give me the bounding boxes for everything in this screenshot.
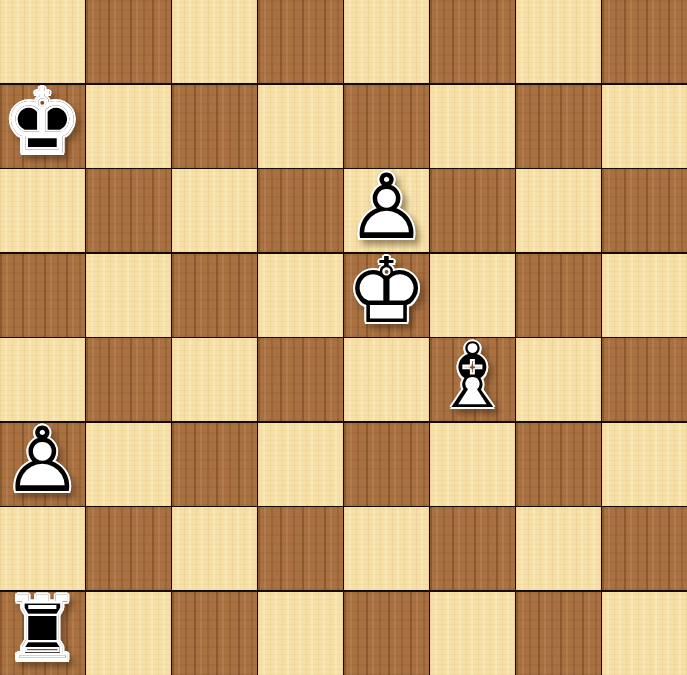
square-e3[interactable] — [344, 423, 429, 506]
square-f2[interactable] — [430, 507, 515, 590]
square-h3[interactable] — [602, 423, 687, 506]
square-a3[interactable]: ♟♙ — [0, 423, 85, 506]
square-g5[interactable] — [516, 254, 601, 337]
square-c6[interactable] — [172, 169, 257, 252]
square-b8[interactable] — [86, 0, 171, 83]
square-d8[interactable] — [258, 0, 343, 83]
square-f6[interactable] — [430, 169, 515, 252]
square-e2[interactable] — [344, 507, 429, 590]
chess-board: ♚♔♟♙♚♔♝♗♟♙♜♖ — [0, 0, 687, 675]
square-e6[interactable]: ♟♙ — [344, 169, 429, 252]
piece-glyph-fill: ♝ — [432, 331, 513, 421]
square-d3[interactable] — [258, 423, 343, 506]
square-a5[interactable] — [0, 254, 85, 337]
square-d2[interactable] — [258, 507, 343, 590]
square-b5[interactable] — [86, 254, 171, 337]
square-g3[interactable] — [516, 423, 601, 506]
square-g1[interactable] — [516, 592, 601, 675]
square-f7[interactable] — [430, 85, 515, 168]
square-g2[interactable] — [516, 507, 601, 590]
square-b6[interactable] — [86, 169, 171, 252]
square-f1[interactable] — [430, 592, 515, 675]
square-g8[interactable] — [516, 0, 601, 83]
piece-glyph-outline: ♖ — [2, 585, 83, 675]
piece-glyph-fill: ♟ — [2, 416, 83, 506]
square-a1[interactable]: ♜♖ — [0, 592, 85, 675]
square-d6[interactable] — [258, 169, 343, 252]
piece-black-king-a7[interactable]: ♚♔ — [0, 85, 85, 168]
square-g7[interactable] — [516, 85, 601, 168]
square-b1[interactable] — [86, 592, 171, 675]
square-e7[interactable] — [344, 85, 429, 168]
piece-white-bishop-f4[interactable]: ♝♗ — [430, 338, 515, 421]
square-e8[interactable] — [344, 0, 429, 83]
square-a4[interactable] — [0, 338, 85, 421]
square-h8[interactable] — [602, 0, 687, 83]
square-e5[interactable]: ♚♔ — [344, 254, 429, 337]
square-h5[interactable] — [602, 254, 687, 337]
piece-white-king-e5[interactable]: ♚♔ — [344, 254, 429, 337]
square-c7[interactable] — [172, 85, 257, 168]
square-b3[interactable] — [86, 423, 171, 506]
piece-glyph-outline: ♗ — [432, 331, 513, 421]
square-b4[interactable] — [86, 338, 171, 421]
square-d4[interactable] — [258, 338, 343, 421]
square-h6[interactable] — [602, 169, 687, 252]
square-h4[interactable] — [602, 338, 687, 421]
square-f4[interactable]: ♝♗ — [430, 338, 515, 421]
square-a2[interactable] — [0, 507, 85, 590]
piece-glyph-outline: ♔ — [346, 247, 427, 337]
square-h7[interactable] — [602, 85, 687, 168]
square-e4[interactable] — [344, 338, 429, 421]
piece-glyph-outline: ♙ — [2, 416, 83, 506]
square-c3[interactable] — [172, 423, 257, 506]
square-c5[interactable] — [172, 254, 257, 337]
piece-glyph-outline: ♔ — [2, 77, 83, 167]
square-f3[interactable] — [430, 423, 515, 506]
square-c2[interactable] — [172, 507, 257, 590]
piece-glyph-outline: ♙ — [346, 162, 427, 252]
piece-glyph-fill: ♜ — [2, 585, 83, 675]
square-d1[interactable] — [258, 592, 343, 675]
square-a7[interactable]: ♚♔ — [0, 85, 85, 168]
square-c1[interactable] — [172, 592, 257, 675]
piece-glyph-fill: ♚ — [346, 247, 427, 337]
square-a8[interactable] — [0, 0, 85, 83]
square-a6[interactable] — [0, 169, 85, 252]
piece-white-pawn-e6[interactable]: ♟♙ — [344, 169, 429, 252]
square-c4[interactable] — [172, 338, 257, 421]
square-b7[interactable] — [86, 85, 171, 168]
square-g4[interactable] — [516, 338, 601, 421]
square-c8[interactable] — [172, 0, 257, 83]
square-f5[interactable] — [430, 254, 515, 337]
square-b2[interactable] — [86, 507, 171, 590]
square-f8[interactable] — [430, 0, 515, 83]
piece-glyph-fill: ♚ — [2, 77, 83, 167]
square-d7[interactable] — [258, 85, 343, 168]
square-d5[interactable] — [258, 254, 343, 337]
square-g6[interactable] — [516, 169, 601, 252]
square-h1[interactable] — [602, 592, 687, 675]
square-e1[interactable] — [344, 592, 429, 675]
piece-glyph-fill: ♟ — [346, 162, 427, 252]
piece-black-rook-a1[interactable]: ♜♖ — [0, 592, 85, 675]
square-h2[interactable] — [602, 507, 687, 590]
piece-white-pawn-a3[interactable]: ♟♙ — [0, 423, 85, 506]
